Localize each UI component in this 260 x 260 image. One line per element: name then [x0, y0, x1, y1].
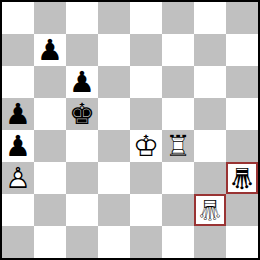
square-b6[interactable]: [34, 66, 66, 98]
square-e8[interactable]: [130, 2, 162, 34]
square-d7[interactable]: [98, 34, 130, 66]
square-h8[interactable]: [226, 2, 258, 34]
square-d8[interactable]: [98, 2, 130, 34]
square-d1[interactable]: [98, 226, 130, 258]
square-f4[interactable]: ♜♖: [162, 130, 194, 162]
square-g7[interactable]: [194, 34, 226, 66]
square-e1[interactable]: [130, 226, 162, 258]
square-h4[interactable]: [226, 130, 258, 162]
square-h5[interactable]: [226, 98, 258, 130]
black-pawn[interactable]: ♟: [2, 130, 34, 162]
square-a8[interactable]: [2, 2, 34, 34]
square-h7[interactable]: [226, 34, 258, 66]
piece-glyph: ♙: [2, 162, 34, 194]
square-c6[interactable]: ♟: [66, 66, 98, 98]
square-g2[interactable]: ♛♕: [194, 194, 226, 226]
square-h2[interactable]: [226, 194, 258, 226]
black-grasshopper-inverted-queen-icon[interactable]: ♛: [226, 162, 258, 194]
square-h6[interactable]: [226, 66, 258, 98]
square-b2[interactable]: [34, 194, 66, 226]
square-e6[interactable]: [130, 66, 162, 98]
square-b1[interactable]: [34, 226, 66, 258]
piece-glyph: ♖: [162, 130, 194, 162]
square-f3[interactable]: [162, 162, 194, 194]
square-h1[interactable]: [226, 226, 258, 258]
square-f1[interactable]: [162, 226, 194, 258]
piece-glyph: ♚: [66, 98, 98, 130]
black-pawn[interactable]: ♟: [2, 98, 34, 130]
black-pawn[interactable]: ♟: [34, 34, 66, 66]
piece-glyph: ♟: [34, 34, 66, 66]
piece-glyph: ♔: [130, 130, 162, 162]
square-a5[interactable]: ♟: [2, 98, 34, 130]
square-b4[interactable]: [34, 130, 66, 162]
square-f7[interactable]: [162, 34, 194, 66]
square-e3[interactable]: [130, 162, 162, 194]
square-e4[interactable]: ♚♔: [130, 130, 162, 162]
white-rook[interactable]: ♜♖: [162, 130, 194, 162]
piece-glyph: ♕: [194, 194, 226, 226]
square-d2[interactable]: [98, 194, 130, 226]
square-f6[interactable]: [162, 66, 194, 98]
square-c5[interactable]: ♚: [66, 98, 98, 130]
square-c4[interactable]: [66, 130, 98, 162]
square-a2[interactable]: [2, 194, 34, 226]
square-g5[interactable]: [194, 98, 226, 130]
square-g3[interactable]: [194, 162, 226, 194]
square-a7[interactable]: [2, 34, 34, 66]
black-king[interactable]: ♚: [66, 98, 98, 130]
piece-glyph: ♛: [226, 162, 258, 194]
square-a1[interactable]: [2, 226, 34, 258]
square-g8[interactable]: [194, 2, 226, 34]
square-d3[interactable]: [98, 162, 130, 194]
square-f8[interactable]: [162, 2, 194, 34]
square-b7[interactable]: ♟: [34, 34, 66, 66]
chess-board: ♟♟♟♚♟♚♔♜♖♟♙♛♛♕: [0, 0, 260, 260]
white-grasshopper-inverted-queen-icon[interactable]: ♛♕: [194, 194, 226, 226]
piece-glyph: ♟: [66, 66, 98, 98]
square-a4[interactable]: ♟: [2, 130, 34, 162]
square-c8[interactable]: [66, 2, 98, 34]
black-pawn[interactable]: ♟: [66, 66, 98, 98]
square-c2[interactable]: [66, 194, 98, 226]
square-e2[interactable]: [130, 194, 162, 226]
square-h3[interactable]: ♛: [226, 162, 258, 194]
square-b3[interactable]: [34, 162, 66, 194]
square-f2[interactable]: [162, 194, 194, 226]
square-d6[interactable]: [98, 66, 130, 98]
square-g6[interactable]: [194, 66, 226, 98]
square-c7[interactable]: [66, 34, 98, 66]
square-b5[interactable]: [34, 98, 66, 130]
square-c3[interactable]: [66, 162, 98, 194]
white-pawn[interactable]: ♟♙: [2, 162, 34, 194]
square-g1[interactable]: [194, 226, 226, 258]
square-c1[interactable]: [66, 226, 98, 258]
square-a6[interactable]: [2, 66, 34, 98]
square-f5[interactable]: [162, 98, 194, 130]
square-a3[interactable]: ♟♙: [2, 162, 34, 194]
square-e5[interactable]: [130, 98, 162, 130]
piece-glyph: ♟: [2, 130, 34, 162]
square-d5[interactable]: [98, 98, 130, 130]
chess-diagram: ♟♟♟♚♟♚♔♜♖♟♙♛♛♕: [0, 0, 260, 260]
square-d4[interactable]: [98, 130, 130, 162]
square-g4[interactable]: [194, 130, 226, 162]
square-e7[interactable]: [130, 34, 162, 66]
square-b8[interactable]: [34, 2, 66, 34]
piece-glyph: ♟: [2, 98, 34, 130]
white-king[interactable]: ♚♔: [130, 130, 162, 162]
